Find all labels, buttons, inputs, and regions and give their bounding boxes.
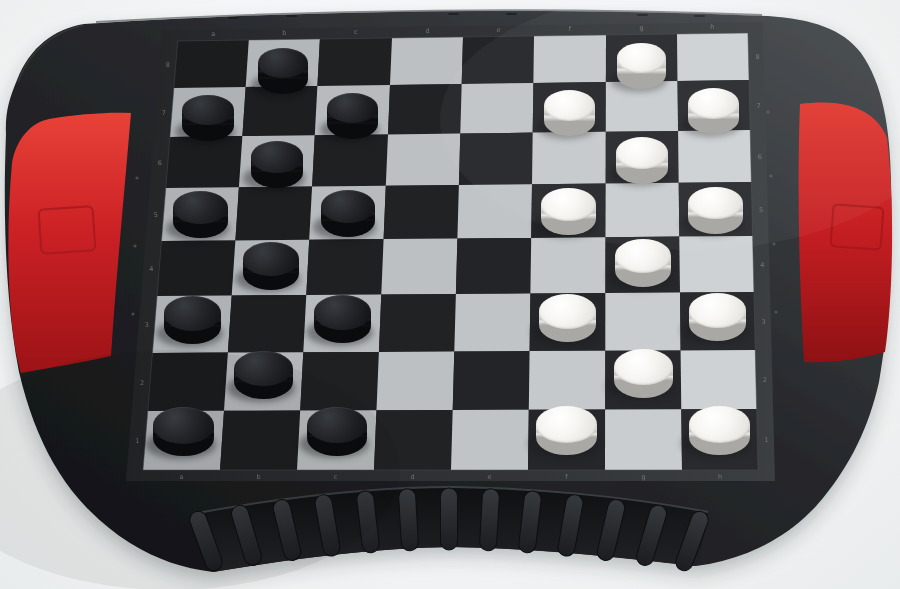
piece-top-face [544, 90, 595, 121]
piece-top-face [258, 48, 308, 78]
checker-white-g4 [615, 239, 671, 287]
checker-white-f5 [541, 188, 595, 235]
piece-top-face [541, 188, 595, 221]
piece-top-face [153, 407, 214, 444]
checker-white-f7 [544, 90, 595, 136]
piece-top-face [615, 239, 671, 273]
checker-white-f3 [539, 294, 597, 342]
pieces-layer [0, 0, 900, 589]
piece-top-face [182, 95, 233, 126]
piece-top-face [617, 43, 667, 73]
product-photo: aabbccddeeffgghh8877665544332211 [0, 0, 900, 589]
piece-top-face [539, 294, 597, 329]
piece-top-face [688, 88, 739, 119]
piece-top-face [243, 242, 299, 276]
piece-top-face [327, 93, 378, 124]
checker-black-c5 [321, 190, 375, 237]
piece-top-face [173, 191, 227, 224]
checker-black-a3 [164, 296, 222, 344]
piece-top-face [314, 295, 372, 330]
checker-white-h3 [689, 293, 747, 341]
checker-white-g8 [617, 43, 667, 89]
checker-black-c1 [307, 407, 368, 456]
piece-top-face [536, 406, 597, 443]
piece-top-face [616, 137, 669, 169]
piece-top-face [321, 190, 375, 223]
checker-white-h7 [688, 88, 739, 134]
piece-top-face [164, 296, 222, 331]
checker-black-b8 [258, 48, 308, 94]
checker-black-b4 [243, 242, 299, 290]
piece-top-face [688, 187, 742, 220]
checker-black-a5 [173, 191, 227, 238]
piece-top-face [689, 293, 747, 328]
checker-white-g2 [614, 349, 673, 398]
checker-black-b6 [251, 141, 304, 188]
checker-black-b2 [234, 351, 293, 400]
checker-black-a7 [182, 95, 233, 141]
checker-white-h1 [689, 406, 750, 455]
piece-top-face [689, 406, 750, 443]
checker-white-h5 [688, 187, 742, 234]
checker-black-c7 [327, 93, 378, 139]
checker-white-f1 [536, 406, 597, 455]
piece-top-face [251, 141, 304, 173]
checker-black-a1 [153, 407, 214, 456]
checker-white-g6 [616, 137, 669, 184]
checker-black-c3 [314, 295, 372, 343]
piece-top-face [614, 349, 673, 385]
